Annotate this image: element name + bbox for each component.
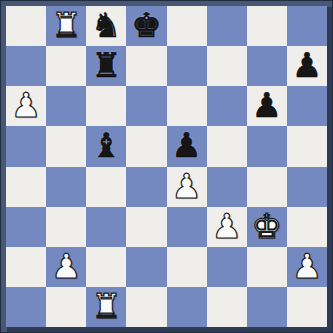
square-a3[interactable] <box>6 207 46 247</box>
square-e7[interactable] <box>167 46 207 86</box>
piece-white-king-g3[interactable]: ♚ <box>252 209 282 243</box>
square-a2[interactable] <box>6 247 46 287</box>
piece-black-bishop-c5[interactable]: ♝ <box>91 128 121 162</box>
square-b5[interactable] <box>46 126 86 166</box>
square-c4[interactable] <box>86 167 126 207</box>
square-e8[interactable] <box>167 6 207 46</box>
piece-white-pawn-h2[interactable]: ♟ <box>292 249 322 283</box>
square-c2[interactable] <box>86 247 126 287</box>
square-f3[interactable]: ♟ <box>207 207 247 247</box>
square-a7[interactable] <box>6 46 46 86</box>
square-d3[interactable] <box>126 207 166 247</box>
square-f6[interactable] <box>207 86 247 126</box>
square-g1[interactable] <box>247 287 287 327</box>
square-h7[interactable]: ♟ <box>287 46 327 86</box>
square-f1[interactable] <box>207 287 247 327</box>
chess-board-frame: ♜♞♚♜♟♟♟♝♟♟♟♚♟♟♜ <box>0 0 333 333</box>
square-a4[interactable] <box>6 167 46 207</box>
square-f5[interactable] <box>207 126 247 166</box>
square-b2[interactable]: ♟ <box>46 247 86 287</box>
square-h8[interactable] <box>287 6 327 46</box>
piece-white-rook-b8[interactable]: ♜ <box>51 8 81 42</box>
square-e6[interactable] <box>167 86 207 126</box>
square-d1[interactable] <box>126 287 166 327</box>
square-h6[interactable] <box>287 86 327 126</box>
square-f4[interactable] <box>207 167 247 207</box>
square-b3[interactable] <box>46 207 86 247</box>
piece-black-pawn-e5[interactable]: ♟ <box>171 128 201 162</box>
square-g5[interactable] <box>247 126 287 166</box>
chess-board: ♜♞♚♜♟♟♟♝♟♟♟♚♟♟♜ <box>6 6 327 327</box>
square-g4[interactable] <box>247 167 287 207</box>
square-c3[interactable] <box>86 207 126 247</box>
square-h3[interactable] <box>287 207 327 247</box>
square-b4[interactable] <box>46 167 86 207</box>
square-g6[interactable]: ♟ <box>247 86 287 126</box>
square-b6[interactable] <box>46 86 86 126</box>
square-a6[interactable]: ♟ <box>6 86 46 126</box>
square-d6[interactable] <box>126 86 166 126</box>
piece-black-rook-c7[interactable]: ♜ <box>91 48 121 82</box>
square-a1[interactable] <box>6 287 46 327</box>
square-h2[interactable]: ♟ <box>287 247 327 287</box>
screenshot-root: ♜♞♚♜♟♟♟♝♟♟♟♚♟♟♜ <box>0 0 333 333</box>
square-e3[interactable] <box>167 207 207 247</box>
square-c8[interactable]: ♞ <box>86 6 126 46</box>
square-f8[interactable] <box>207 6 247 46</box>
piece-black-pawn-g6[interactable]: ♟ <box>252 88 282 122</box>
square-c6[interactable] <box>86 86 126 126</box>
square-g7[interactable] <box>247 46 287 86</box>
square-b7[interactable] <box>46 46 86 86</box>
piece-black-pawn-h7[interactable]: ♟ <box>292 48 322 82</box>
piece-black-knight-c8[interactable]: ♞ <box>91 8 121 42</box>
square-h5[interactable] <box>287 126 327 166</box>
piece-black-king-d8[interactable]: ♚ <box>131 8 161 42</box>
square-a8[interactable] <box>6 6 46 46</box>
square-e1[interactable] <box>167 287 207 327</box>
square-a5[interactable] <box>6 126 46 166</box>
square-d4[interactable] <box>126 167 166 207</box>
square-h1[interactable] <box>287 287 327 327</box>
piece-white-pawn-e4[interactable]: ♟ <box>171 169 201 203</box>
square-d7[interactable] <box>126 46 166 86</box>
square-e2[interactable] <box>167 247 207 287</box>
square-b8[interactable]: ♜ <box>46 6 86 46</box>
square-h4[interactable] <box>287 167 327 207</box>
piece-white-pawn-a6[interactable]: ♟ <box>11 88 41 122</box>
square-f7[interactable] <box>207 46 247 86</box>
square-g2[interactable] <box>247 247 287 287</box>
piece-white-pawn-f3[interactable]: ♟ <box>211 209 241 243</box>
square-g8[interactable] <box>247 6 287 46</box>
square-c7[interactable]: ♜ <box>86 46 126 86</box>
square-c1[interactable]: ♜ <box>86 287 126 327</box>
square-b1[interactable] <box>46 287 86 327</box>
square-d2[interactable] <box>126 247 166 287</box>
square-d8[interactable]: ♚ <box>126 6 166 46</box>
square-e5[interactable]: ♟ <box>167 126 207 166</box>
square-f2[interactable] <box>207 247 247 287</box>
square-g3[interactable]: ♚ <box>247 207 287 247</box>
square-d5[interactable] <box>126 126 166 166</box>
piece-white-rook-c1[interactable]: ♜ <box>91 289 121 323</box>
piece-white-pawn-b2[interactable]: ♟ <box>51 249 81 283</box>
square-e4[interactable]: ♟ <box>167 167 207 207</box>
square-c5[interactable]: ♝ <box>86 126 126 166</box>
